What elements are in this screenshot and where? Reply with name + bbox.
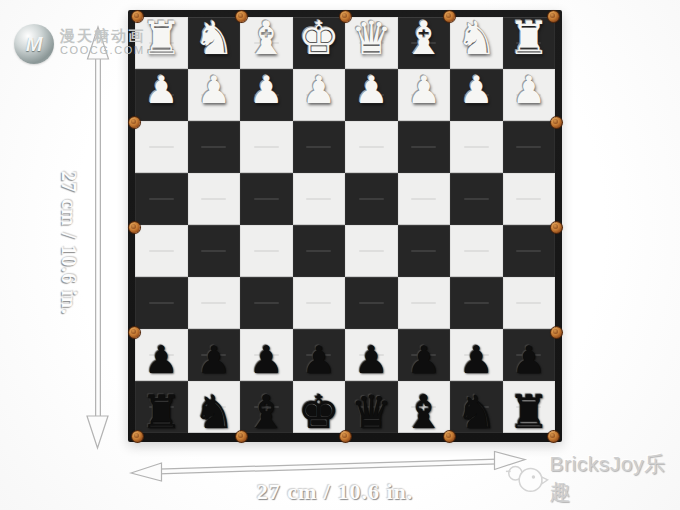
copper-corner-stud-icon (551, 117, 562, 128)
board-square (293, 225, 346, 277)
black-bishop-piece: ♝ (246, 389, 287, 435)
board-square (188, 173, 241, 225)
coocg-watermark-text: 漫天糖动画 COOCG.COM (60, 24, 145, 57)
black-king-piece: ♚ (298, 389, 339, 435)
horizontal-dimension-arrow (131, 452, 525, 482)
board-square (240, 173, 293, 225)
board-square (398, 173, 451, 225)
board-square: ♞ (188, 381, 241, 433)
copper-corner-stud-icon (548, 431, 559, 442)
board-square (398, 225, 451, 277)
chess-board-grid: ♜♞♝♚♛♝♞♜♟♟♟♟♟♟♟♟♟♟♟♟♟♟♟♟♜♞♝♚♛♝♞♜ (135, 17, 555, 433)
white-pawn-piece: ♟ (144, 71, 178, 109)
board-square: ♝ (398, 17, 451, 69)
board-square: ♟ (450, 329, 503, 381)
board-square: ♟ (240, 69, 293, 121)
board-square (345, 121, 398, 173)
white-knight-piece: ♞ (456, 15, 497, 61)
board-square (188, 225, 241, 277)
black-pawn-piece: ♟ (459, 341, 493, 379)
bricksjoy-watermark-text: BricksJoy乐趣 (550, 450, 680, 506)
copper-corner-stud-icon (444, 11, 455, 22)
white-pawn-piece: ♟ (407, 71, 441, 109)
black-pawn-piece: ♟ (302, 341, 336, 379)
vertical-dimension-arrow (87, 27, 109, 448)
board-square (293, 173, 346, 225)
copper-corner-stud-icon (340, 431, 351, 442)
board-square: ♟ (135, 69, 188, 121)
board-square (240, 121, 293, 173)
copper-corner-stud-icon (236, 431, 247, 442)
copper-corner-stud-icon (129, 117, 140, 128)
board-square (450, 121, 503, 173)
white-pawn-piece: ♟ (512, 71, 546, 109)
black-knight-piece: ♞ (456, 389, 497, 435)
coocg-chinese-name: 漫天糖动画 (60, 27, 145, 44)
board-square: ♟ (188, 329, 241, 381)
copper-corner-stud-icon (129, 327, 140, 338)
black-pawn-piece: ♟ (407, 341, 441, 379)
board-square (503, 277, 556, 329)
board-square (398, 121, 451, 173)
copper-corner-stud-icon (444, 431, 455, 442)
board-square (188, 277, 241, 329)
board-square: ♝ (240, 381, 293, 433)
board-square: ♞ (188, 17, 241, 69)
white-knight-piece: ♞ (193, 15, 234, 61)
black-pawn-piece: ♟ (249, 341, 283, 379)
board-square: ♞ (450, 381, 503, 433)
black-queen-piece: ♛ (351, 389, 392, 435)
board-square: ♚ (293, 17, 346, 69)
white-bishop-piece: ♝ (246, 15, 287, 61)
board-square: ♟ (503, 69, 556, 121)
board-square: ♟ (398, 329, 451, 381)
board-square: ♜ (503, 381, 556, 433)
product-photo-scene: M 漫天糖动画 COOCG.COM ♜♞♝♚♛♝♞♜♟♟♟♟♟♟♟♟♟♟♟♟♟♟… (0, 0, 680, 510)
board-square: ♟ (293, 69, 346, 121)
board-square (293, 121, 346, 173)
board-square (450, 225, 503, 277)
white-king-piece: ♚ (298, 15, 339, 61)
watermark-top-left: M 漫天糖动画 COOCG.COM (14, 24, 145, 64)
black-knight-piece: ♞ (193, 389, 234, 435)
bricksjoy-bird-icon (504, 457, 550, 499)
board-square (503, 173, 556, 225)
coocg-domain: COOCG.COM (60, 44, 145, 57)
watermark-bottom-right: BricksJoy乐趣 (504, 450, 680, 506)
white-pawn-piece: ♟ (197, 71, 231, 109)
board-square: ♟ (345, 329, 398, 381)
board-square (135, 277, 188, 329)
white-pawn-piece: ♟ (354, 71, 388, 109)
black-rook-piece: ♜ (508, 389, 549, 435)
white-pawn-piece: ♟ (249, 71, 283, 109)
board-square (240, 277, 293, 329)
black-rook-piece: ♜ (141, 389, 182, 435)
board-square: ♟ (135, 329, 188, 381)
chess-board: ♜♞♝♚♛♝♞♜♟♟♟♟♟♟♟♟♟♟♟♟♟♟♟♟♜♞♝♚♛♝♞♜ (128, 10, 562, 442)
copper-corner-stud-icon (340, 11, 351, 22)
board-square (503, 225, 556, 277)
board-square (503, 121, 556, 173)
board-square: ♟ (293, 329, 346, 381)
board-square: ♜ (135, 381, 188, 433)
board-square (188, 121, 241, 173)
copper-corner-stud-icon (236, 11, 247, 22)
board-square: ♜ (503, 17, 556, 69)
board-square (450, 277, 503, 329)
board-square: ♟ (398, 69, 451, 121)
white-rook-piece: ♜ (508, 15, 549, 61)
black-pawn-piece: ♟ (197, 341, 231, 379)
white-pawn-piece: ♟ (459, 71, 493, 109)
board-square (293, 277, 346, 329)
board-square (398, 277, 451, 329)
coocg-logo-sphere-icon: M (14, 24, 54, 64)
board-square (240, 225, 293, 277)
copper-corner-stud-icon (129, 222, 140, 233)
horizontal-dimension-label: 27 cm / 10.6 in. (230, 479, 440, 505)
board-square: ♚ (293, 381, 346, 433)
board-square: ♟ (345, 69, 398, 121)
copper-corner-stud-icon (132, 11, 143, 22)
board-square: ♞ (450, 17, 503, 69)
board-square: ♟ (450, 69, 503, 121)
board-square: ♛ (345, 381, 398, 433)
board-square (135, 225, 188, 277)
black-bishop-piece: ♝ (403, 389, 444, 435)
white-bishop-piece: ♝ (403, 15, 444, 61)
white-pawn-piece: ♟ (302, 71, 336, 109)
board-square: ♟ (503, 329, 556, 381)
board-square: ♝ (398, 381, 451, 433)
copper-corner-stud-icon (551, 327, 562, 338)
board-square (135, 173, 188, 225)
copper-corner-stud-icon (551, 222, 562, 233)
black-pawn-piece: ♟ (144, 341, 178, 379)
coocg-logo-letter: M (26, 33, 43, 56)
board-square (135, 121, 188, 173)
board-square (345, 225, 398, 277)
board-square: ♟ (188, 69, 241, 121)
board-square: ♝ (240, 17, 293, 69)
white-queen-piece: ♛ (351, 15, 392, 61)
copper-corner-stud-icon (132, 431, 143, 442)
vertical-dimension-label: 27 cm / 10.6 in. (52, 143, 80, 343)
copper-corner-stud-icon (548, 11, 559, 22)
board-square: ♟ (240, 329, 293, 381)
board-square (450, 173, 503, 225)
board-square (345, 277, 398, 329)
black-pawn-piece: ♟ (354, 341, 388, 379)
board-square (345, 173, 398, 225)
white-rook-piece: ♜ (141, 15, 182, 61)
board-square: ♛ (345, 17, 398, 69)
black-pawn-piece: ♟ (512, 341, 546, 379)
